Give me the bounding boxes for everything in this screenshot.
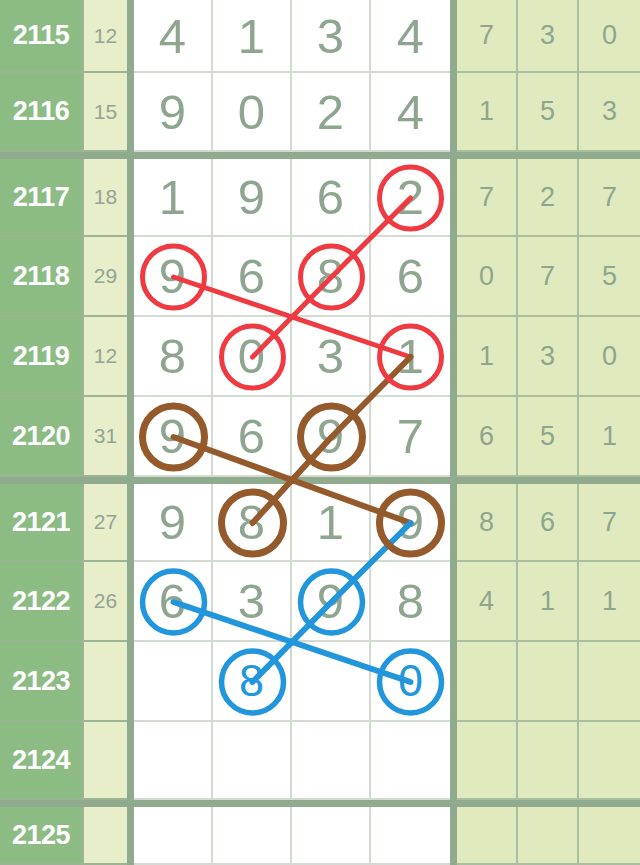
- main-digit-cell: 8: [371, 562, 450, 642]
- extra-digit-cell: [457, 642, 518, 722]
- section-divider-vertical: [450, 159, 457, 237]
- main-digit-cell: 0: [213, 317, 292, 397]
- sum-cell: 26: [84, 562, 127, 642]
- extra-digit-cell: 3: [518, 317, 579, 397]
- section-divider-vertical: [127, 159, 134, 237]
- section-divider-vertical: [450, 642, 457, 722]
- section-divider-vertical: [127, 0, 134, 73]
- period-cell: 2115: [0, 0, 84, 73]
- section-divider-vertical: [127, 237, 134, 317]
- main-digit-cell: 1: [371, 317, 450, 397]
- main-digit-cell: 2: [371, 159, 450, 237]
- section-divider-vertical: [127, 642, 134, 722]
- main-digit-cell: 9: [213, 159, 292, 237]
- extra-digit-cell: 3: [518, 0, 579, 73]
- section-divider-horizontal: [0, 152, 640, 159]
- extra-digit-cell: [579, 722, 640, 800]
- section-divider-vertical: [450, 484, 457, 562]
- main-digit-cell: 6: [134, 562, 213, 642]
- period-cell: 2116: [0, 73, 84, 152]
- extra-digit-cell: [579, 807, 640, 865]
- sum-cell: 29: [84, 237, 127, 317]
- extra-digit-cell: 5: [518, 397, 579, 477]
- section-divider-vertical: [450, 0, 457, 73]
- sum-cell: 18: [84, 159, 127, 237]
- extra-digit-cell: [457, 722, 518, 800]
- main-digit-cell: 9: [371, 484, 450, 562]
- main-digit-cell: [134, 722, 213, 800]
- main-digit-cell: 6: [371, 237, 450, 317]
- draw-row: 2124: [0, 722, 640, 800]
- section-divider-vertical: [450, 317, 457, 397]
- main-digit-cell: 9: [292, 562, 371, 642]
- extra-digit-cell: [579, 642, 640, 722]
- extra-digit-cell: 1: [457, 317, 518, 397]
- main-digit-cell: 4: [371, 0, 450, 73]
- main-digit-cell: 9: [134, 397, 213, 477]
- extra-digit-cell: 7: [518, 237, 579, 317]
- main-digit-cell: [134, 642, 213, 722]
- draw-rows-container: 2115124134730211615902415321171819627272…: [0, 0, 640, 865]
- extra-digit-cell: 4: [457, 562, 518, 642]
- draw-row: 2125: [0, 807, 640, 865]
- extra-digit-cell: 2: [518, 159, 579, 237]
- section-divider-vertical: [450, 397, 457, 477]
- main-digit-cell: 1: [213, 0, 292, 73]
- period-cell: 2122: [0, 562, 84, 642]
- draw-row: 2121279819867: [0, 484, 640, 562]
- main-digit-cell: 9: [292, 397, 371, 477]
- draw-row: 2120319697651: [0, 397, 640, 477]
- sum-cell: 27: [84, 484, 127, 562]
- main-digit-cell: [213, 807, 292, 865]
- main-digit-cell: 3: [292, 317, 371, 397]
- sum-cell: 15: [84, 73, 127, 152]
- extra-digit-cell: [518, 722, 579, 800]
- main-digit-cell: [134, 807, 213, 865]
- section-divider-vertical: [127, 807, 134, 865]
- main-digit-cell: 3: [213, 562, 292, 642]
- main-digit-cell: 7: [371, 397, 450, 477]
- main-digit-cell: [292, 722, 371, 800]
- extra-digit-cell: 5: [579, 237, 640, 317]
- section-divider-vertical: [127, 317, 134, 397]
- sum-cell: 31: [84, 397, 127, 477]
- extra-digit-cell: [518, 807, 579, 865]
- main-digit-cell: 0: [371, 642, 450, 722]
- draw-row: 212380: [0, 642, 640, 722]
- draw-row: 2119128031130: [0, 317, 640, 397]
- period-cell: 2120: [0, 397, 84, 477]
- period-cell: 2119: [0, 317, 84, 397]
- extra-digit-cell: 0: [457, 237, 518, 317]
- extra-digit-cell: 1: [518, 562, 579, 642]
- sum-cell: [84, 642, 127, 722]
- extra-digit-cell: 5: [518, 73, 579, 152]
- main-digit-cell: 1: [134, 159, 213, 237]
- draw-row: 2117181962727: [0, 159, 640, 237]
- period-cell: 2124: [0, 722, 84, 800]
- main-digit-cell: 8: [213, 484, 292, 562]
- main-digit-cell: 8: [213, 642, 292, 722]
- section-divider-vertical: [450, 722, 457, 800]
- section-divider-vertical: [450, 562, 457, 642]
- extra-digit-cell: 6: [518, 484, 579, 562]
- section-divider-vertical: [127, 722, 134, 800]
- extra-digit-cell: 0: [579, 0, 640, 73]
- period-cell: 2118: [0, 237, 84, 317]
- section-divider-vertical: [127, 397, 134, 477]
- extra-digit-cell: 7: [579, 484, 640, 562]
- draw-row: 2122266398411: [0, 562, 640, 642]
- main-digit-cell: 9: [134, 73, 213, 152]
- draw-row: 2116159024153: [0, 73, 640, 152]
- section-divider-vertical: [127, 484, 134, 562]
- main-digit-cell: [292, 642, 371, 722]
- extra-digit-cell: [518, 642, 579, 722]
- trend-chart-board[interactable]: 2115124134730211615902415321171819627272…: [0, 0, 640, 865]
- sum-cell: 12: [84, 317, 127, 397]
- main-digit-cell: 8: [292, 237, 371, 317]
- section-divider-vertical: [450, 73, 457, 152]
- extra-digit-cell: 7: [457, 0, 518, 73]
- section-divider-vertical: [450, 237, 457, 317]
- draw-row: 2115124134730: [0, 0, 640, 73]
- main-digit-cell: 0: [213, 73, 292, 152]
- main-digit-cell: [371, 722, 450, 800]
- main-digit-cell: 6: [213, 397, 292, 477]
- main-digit-cell: 4: [371, 73, 450, 152]
- sum-cell: [84, 722, 127, 800]
- main-digit-cell: [213, 722, 292, 800]
- extra-digit-cell: [457, 807, 518, 865]
- extra-digit-cell: 8: [457, 484, 518, 562]
- extra-digit-cell: 1: [579, 397, 640, 477]
- main-digit-cell: [371, 807, 450, 865]
- main-digit-cell: 8: [134, 317, 213, 397]
- section-divider-horizontal: [0, 477, 640, 484]
- main-digit-cell: [292, 807, 371, 865]
- main-digit-cell: 1: [292, 484, 371, 562]
- section-divider-vertical: [127, 73, 134, 152]
- extra-digit-cell: 1: [457, 73, 518, 152]
- main-digit-cell: 6: [213, 237, 292, 317]
- extra-digit-cell: 3: [579, 73, 640, 152]
- extra-digit-cell: 6: [457, 397, 518, 477]
- section-divider-horizontal: [0, 800, 640, 807]
- extra-digit-cell: 7: [457, 159, 518, 237]
- main-digit-cell: 9: [134, 237, 213, 317]
- sum-cell: 12: [84, 0, 127, 73]
- main-digit-cell: 3: [292, 0, 371, 73]
- section-divider-vertical: [127, 562, 134, 642]
- main-digit-cell: 2: [292, 73, 371, 152]
- section-divider-vertical: [450, 807, 457, 865]
- period-cell: 2117: [0, 159, 84, 237]
- main-digit-cell: 4: [134, 0, 213, 73]
- period-cell: 2123: [0, 642, 84, 722]
- extra-digit-cell: 1: [579, 562, 640, 642]
- period-cell: 2121: [0, 484, 84, 562]
- main-digit-cell: 9: [134, 484, 213, 562]
- period-cell: 2125: [0, 807, 84, 865]
- extra-digit-cell: 7: [579, 159, 640, 237]
- extra-digit-cell: 0: [579, 317, 640, 397]
- draw-row: 2118299686075: [0, 237, 640, 317]
- main-digit-cell: 6: [292, 159, 371, 237]
- sum-cell: [84, 807, 127, 865]
